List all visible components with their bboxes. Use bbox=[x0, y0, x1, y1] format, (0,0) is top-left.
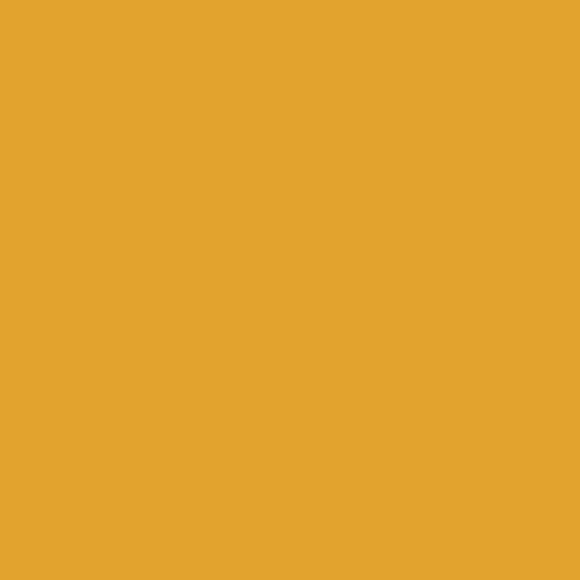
board-grid bbox=[0, 0, 580, 580]
go-board[interactable] bbox=[0, 0, 580, 580]
